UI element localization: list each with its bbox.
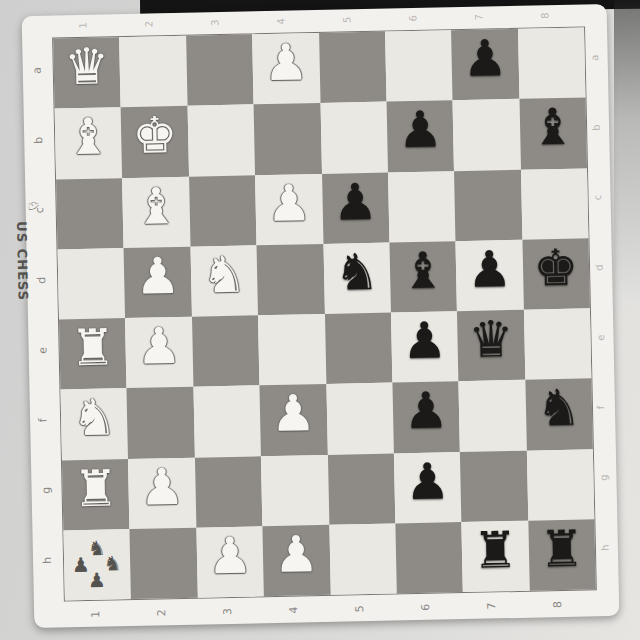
piece-wB-b1[interactable]: ♝ [65, 112, 111, 163]
rank-label-top-1: 1 [77, 22, 88, 29]
piece-wP-e2[interactable]: ♟ [136, 321, 182, 372]
piece-bN-d5[interactable]: ♞ [334, 247, 380, 298]
piece-wB-c2[interactable]: ♝ [133, 181, 179, 232]
file-label-left-f: f [37, 418, 50, 422]
file-label-right-f: f [595, 406, 606, 410]
square-f5[interactable] [326, 383, 394, 455]
logo-knight-icon: ♟ [86, 569, 108, 591]
piece-bP-a7[interactable]: ♟ [462, 33, 508, 84]
rank-label-bottom-5: 5 [353, 605, 366, 612]
file-label-right-b: b [591, 124, 602, 131]
file-label-left-c: c [33, 207, 46, 213]
square-b8[interactable]: ♝ [519, 98, 587, 170]
rank-label-bottom-3: 3 [221, 608, 234, 615]
rank-label-bottom-8: 8 [551, 601, 564, 608]
square-d1[interactable] [58, 248, 126, 320]
file-label-left-a: a [31, 67, 44, 74]
piece-wP-a4[interactable]: ♟ [263, 37, 309, 88]
square-e1[interactable]: ♜ [59, 318, 127, 390]
piece-bP-f6[interactable]: ♟ [403, 386, 449, 437]
square-f2[interactable] [127, 387, 195, 459]
square-g2[interactable]: ♟ [128, 457, 196, 529]
square-d6[interactable]: ♝ [389, 241, 457, 313]
square-f1[interactable]: ♞ [60, 388, 128, 460]
us-chess-logo-text: US CHESS [14, 221, 31, 301]
rank-label-bottom-4: 4 [287, 606, 300, 613]
square-f3[interactable] [193, 386, 261, 458]
piece-wP-d2[interactable]: ♟ [135, 251, 181, 302]
rank-label-bottom-6: 6 [419, 604, 432, 611]
square-g3[interactable] [195, 456, 263, 528]
square-h6[interactable] [395, 522, 463, 594]
square-d8[interactable]: ♚ [522, 238, 590, 310]
file-label-right-c: c [592, 195, 603, 201]
piece-wQ-a1[interactable]: ♛ [64, 41, 110, 92]
rank-label-bottom-2: 2 [155, 609, 168, 616]
file-label-left-e: e [36, 347, 49, 354]
square-c7[interactable] [454, 169, 522, 241]
square-h8[interactable]: ♜ [528, 519, 596, 591]
file-label-right-d: d [594, 264, 605, 271]
square-a3[interactable] [186, 34, 254, 106]
rank-label-bottom-7: 7 [485, 602, 498, 609]
piece-wR-e1[interactable]: ♜ [70, 322, 116, 373]
square-g1[interactable]: ♜ [62, 459, 130, 531]
file-label-left-h: h [41, 557, 54, 564]
square-h3[interactable]: ♟ [196, 526, 264, 598]
square-g7[interactable] [460, 450, 528, 522]
us-chess-corner-knights-logo: ♞♞♟♟ [65, 532, 130, 597]
file-label-left-b: b [32, 137, 45, 144]
piece-bP-d7[interactable]: ♟ [467, 244, 513, 295]
square-b3[interactable] [187, 105, 255, 177]
square-b4[interactable] [254, 103, 322, 175]
square-b6[interactable]: ♟ [386, 100, 454, 172]
square-g4[interactable] [261, 454, 329, 526]
rank-label-top-7: 7 [473, 14, 484, 21]
square-a6[interactable] [385, 30, 453, 102]
piece-wP-f4[interactable]: ♟ [270, 389, 316, 440]
square-c4[interactable]: ♟ [255, 173, 323, 245]
piece-wP-c4[interactable]: ♟ [266, 178, 312, 229]
square-e5[interactable] [324, 313, 392, 385]
square-a2[interactable] [119, 36, 187, 108]
square-a4[interactable]: ♟ [252, 33, 320, 105]
file-label-right-h: h [600, 544, 611, 551]
square-g5[interactable] [327, 453, 395, 525]
piece-bQ-e7[interactable]: ♛ [468, 314, 514, 365]
piece-bK-d8[interactable]: ♚ [533, 242, 579, 293]
square-d4[interactable] [257, 244, 325, 316]
rank-label-top-8: 8 [539, 12, 550, 19]
piece-bP-c5[interactable]: ♟ [332, 176, 378, 227]
square-c2[interactable]: ♝ [122, 176, 190, 248]
chess-board-mat: ♘ US CHESS abcdefgh 12345678 ♛♟♟♝♚♟♝♝♟♟♟… [22, 4, 620, 628]
square-d5[interactable]: ♞ [323, 242, 391, 314]
square-c5[interactable]: ♟ [322, 172, 390, 244]
square-a5[interactable] [319, 32, 387, 104]
square-b5[interactable] [320, 102, 388, 174]
square-a1[interactable]: ♛ [53, 37, 121, 109]
file-label-left-g: g [40, 487, 53, 494]
rank-label-top-2: 2 [143, 21, 154, 28]
file-label-right-g: g [598, 474, 609, 481]
chess-board: ♛♟♟♝♚♟♝♝♟♟♟♞♞♝♟♚♜♟♟♛♞♟♟♞♜♟♟♞♞♟♟♟♟♜♜ [52, 26, 597, 601]
square-d3[interactable]: ♞ [190, 245, 258, 317]
file-label-right-a: a [589, 55, 600, 61]
square-h7[interactable]: ♜ [462, 520, 530, 592]
square-h5[interactable] [329, 523, 397, 595]
rank-label-top-4: 4 [275, 18, 286, 25]
square-e8[interactable] [524, 308, 592, 380]
rank-label-top-6: 6 [407, 15, 418, 22]
square-d7[interactable]: ♟ [456, 240, 524, 312]
square-a7[interactable]: ♟ [451, 29, 519, 101]
background-shading [614, 0, 640, 300]
square-g6[interactable]: ♟ [394, 452, 462, 524]
piece-bP-b6[interactable]: ♟ [397, 105, 443, 156]
square-f6[interactable]: ♟ [392, 381, 460, 453]
rank-label-bottom-1: 1 [89, 611, 102, 618]
piece-bR-h8[interactable]: ♜ [539, 523, 585, 574]
square-e6[interactable]: ♟ [391, 311, 459, 383]
square-b2[interactable]: ♚ [121, 106, 189, 178]
square-f8[interactable]: ♞ [525, 379, 593, 451]
square-f4[interactable]: ♟ [260, 384, 328, 456]
square-h1[interactable]: ♞♞♟♟ [63, 529, 131, 601]
piece-bR-h7[interactable]: ♜ [472, 525, 518, 576]
piece-bN-f8[interactable]: ♞ [536, 383, 582, 434]
piece-wK-b2[interactable]: ♚ [132, 110, 178, 161]
piece-bB-d6[interactable]: ♝ [400, 245, 446, 296]
piece-wP-h3[interactable]: ♟ [207, 530, 253, 581]
rank-label-top-3: 3 [209, 19, 220, 26]
piece-wP-g2[interactable]: ♟ [139, 462, 185, 513]
square-d2[interactable]: ♟ [124, 246, 192, 318]
square-e7[interactable]: ♛ [457, 310, 525, 382]
square-b1[interactable]: ♝ [55, 107, 123, 179]
square-a8[interactable] [518, 27, 586, 99]
piece-wP-h4[interactable]: ♟ [273, 529, 319, 580]
square-e4[interactable] [258, 314, 326, 386]
square-c3[interactable] [189, 175, 257, 247]
square-h4[interactable]: ♟ [263, 525, 331, 597]
rank-label-top-5: 5 [341, 17, 352, 24]
piece-wN-d3[interactable]: ♞ [201, 249, 247, 300]
file-label-right-e: e [595, 334, 606, 340]
piece-bP-e6[interactable]: ♟ [402, 315, 448, 366]
square-f7[interactable] [459, 380, 527, 452]
square-e2[interactable]: ♟ [125, 317, 193, 389]
piece-bB-b8[interactable]: ♝ [530, 102, 576, 153]
file-label-left-d: d [35, 277, 48, 284]
piece-wN-f1[interactable]: ♞ [71, 393, 117, 444]
square-c6[interactable] [388, 171, 456, 243]
piece-bP-g6[interactable]: ♟ [405, 456, 451, 507]
square-g8[interactable] [526, 449, 594, 521]
square-e3[interactable] [192, 315, 260, 387]
piece-wR-g1[interactable]: ♜ [73, 463, 119, 514]
square-c1[interactable] [56, 178, 124, 250]
square-c8[interactable] [521, 168, 589, 240]
square-b7[interactable] [453, 99, 521, 171]
square-h2[interactable] [130, 527, 198, 599]
